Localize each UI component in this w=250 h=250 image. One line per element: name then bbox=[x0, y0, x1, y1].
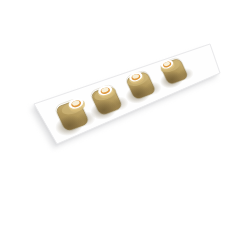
fixture-graphic bbox=[0, 0, 250, 250]
product-photo bbox=[0, 0, 250, 250]
